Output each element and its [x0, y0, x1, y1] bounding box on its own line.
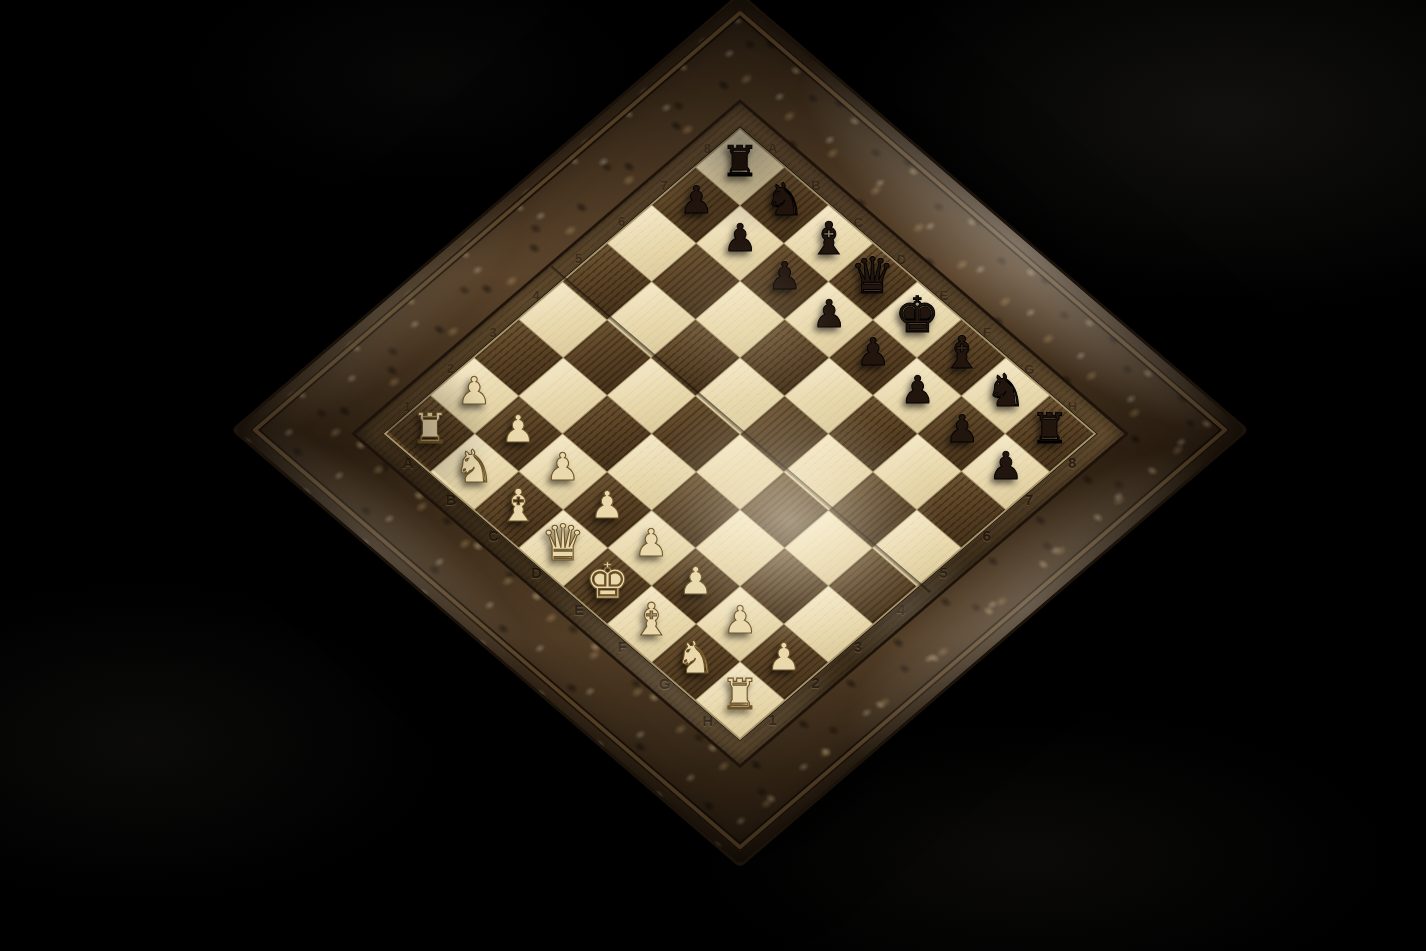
piece-white-pawn: ♟ — [723, 600, 757, 638]
piece-white-pawn: ♟ — [502, 410, 536, 448]
piece-white-pawn: ♟ — [634, 524, 668, 562]
piece-white-pawn: ♟ — [546, 448, 580, 486]
piece-white-pawn: ♟ — [767, 638, 801, 676]
piece-white-pawn: ♟ — [457, 372, 491, 410]
piece-black-pawn: ♟ — [944, 410, 978, 448]
piece-white-king: ♚ — [585, 556, 630, 606]
piece-black-pawn: ♟ — [900, 372, 934, 410]
piece-white-pawn: ♟ — [590, 486, 624, 524]
piece-black-pawn: ♟ — [989, 448, 1023, 486]
piece-white-rook: ♜ — [721, 674, 759, 716]
piece-white-rook: ♜ — [411, 408, 449, 450]
piece-white-bishop: ♝ — [498, 482, 538, 527]
piece-black-king: ♚ — [895, 289, 940, 339]
piece-black-pawn: ♟ — [723, 219, 757, 257]
piece-black-rook: ♜ — [721, 141, 759, 183]
piece-black-rook: ♜ — [1031, 408, 1069, 450]
piece-white-bishop: ♝ — [631, 597, 671, 642]
piece-black-knight: ♞ — [764, 178, 804, 223]
piece-black-queen: ♛ — [850, 251, 895, 301]
piece-black-bishop: ♝ — [941, 330, 981, 375]
piece-white-pawn: ♟ — [679, 562, 713, 600]
piece-white-queen: ♛ — [540, 518, 585, 568]
piece-black-pawn: ♟ — [767, 257, 801, 295]
piece-black-bishop: ♝ — [808, 216, 848, 261]
piece-black-pawn: ♟ — [812, 295, 846, 333]
piece-black-pawn: ♟ — [856, 333, 890, 371]
piece-black-knight: ♞ — [986, 368, 1026, 413]
piece-white-knight: ♞ — [676, 635, 716, 680]
piece-white-knight: ♞ — [454, 444, 494, 489]
piece-black-pawn: ♟ — [679, 181, 713, 219]
